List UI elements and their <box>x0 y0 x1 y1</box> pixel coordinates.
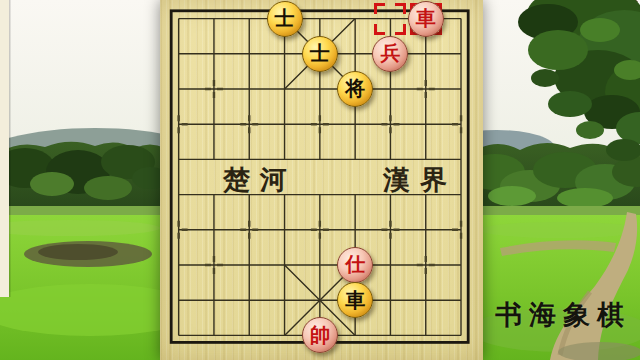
watermark: 书海象棋 <box>495 297 631 333</box>
piece-black-advisor-b[interactable]: 士 <box>302 36 338 72</box>
video-frame: 楚河 漢界 士車士兵将仕車帥 书海象棋 <box>0 0 640 360</box>
left-frame-strip <box>0 0 9 297</box>
piece-black-chariot[interactable]: 車 <box>337 282 373 318</box>
piece-black-general[interactable]: 将 <box>337 71 373 107</box>
piece-red-general[interactable]: 帥 <box>302 317 338 353</box>
piece-red-soldier[interactable]: 兵 <box>372 36 408 72</box>
piece-red-chariot[interactable]: 車 <box>408 1 444 37</box>
marker-corner-tl <box>374 3 385 14</box>
marker-corner-bl <box>374 24 385 35</box>
piece-black-advisor-a[interactable]: 士 <box>267 1 303 37</box>
marker-corner-tr <box>395 3 406 14</box>
mud-patch <box>24 241 152 267</box>
board-grid: 士車士兵将仕車帥 <box>161 1 479 353</box>
marker-corner-br <box>395 24 406 35</box>
last-move-marker <box>374 3 406 35</box>
piece-red-advisor[interactable]: 仕 <box>337 247 373 283</box>
